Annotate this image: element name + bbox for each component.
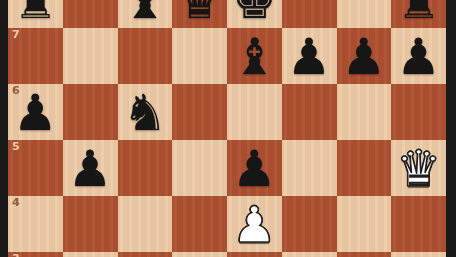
square-f7[interactable]: ♟ — [282, 28, 337, 84]
chess-app-viewport: ♜♝♛♚♜7♝♟♟♟6♟♞5♟♟♛4♟3 — [0, 0, 456, 257]
square-f5[interactable] — [282, 140, 337, 196]
square-a5[interactable]: 5 — [8, 140, 63, 196]
square-a4[interactable]: 4 — [8, 196, 63, 252]
black-pawn[interactable]: ♟ — [396, 32, 441, 82]
square-h7[interactable]: ♟ — [391, 28, 446, 84]
square-b3[interactable] — [63, 252, 118, 257]
square-g3[interactable] — [337, 252, 392, 257]
square-g4[interactable] — [337, 196, 392, 252]
square-g6[interactable] — [337, 84, 392, 140]
square-h6[interactable] — [391, 84, 446, 140]
square-b4[interactable] — [63, 196, 118, 252]
chess-board: ♜♝♛♚♜7♝♟♟♟6♟♞5♟♟♛4♟3 — [8, 0, 446, 257]
black-pawn[interactable]: ♟ — [341, 32, 386, 82]
square-d4[interactable] — [172, 196, 227, 252]
black-king[interactable]: ♚ — [232, 0, 277, 26]
square-f6[interactable] — [282, 84, 337, 140]
black-rook[interactable]: ♜ — [396, 0, 441, 26]
square-a7[interactable]: 7 — [8, 28, 63, 84]
square-b7[interactable] — [63, 28, 118, 84]
square-f3[interactable] — [282, 252, 337, 257]
black-rook[interactable]: ♜ — [13, 0, 58, 26]
black-pawn[interactable]: ♟ — [287, 32, 332, 82]
square-g7[interactable]: ♟ — [337, 28, 392, 84]
square-c5[interactable] — [118, 140, 173, 196]
square-b5[interactable]: ♟ — [63, 140, 118, 196]
square-h8[interactable]: ♜ — [391, 0, 446, 28]
white-pawn[interactable]: ♟ — [232, 200, 277, 250]
black-queen[interactable]: ♛ — [177, 0, 222, 26]
white-queen[interactable]: ♛ — [396, 144, 441, 194]
square-f4[interactable] — [282, 196, 337, 252]
square-h5[interactable]: ♛ — [391, 140, 446, 196]
square-a3[interactable]: 3 — [8, 252, 63, 257]
square-b6[interactable] — [63, 84, 118, 140]
square-e6[interactable] — [227, 84, 282, 140]
rank-label-3: 3 — [12, 253, 20, 257]
black-pawn[interactable]: ♟ — [13, 88, 58, 138]
square-g5[interactable] — [337, 140, 392, 196]
black-pawn[interactable]: ♟ — [232, 144, 277, 194]
square-f8[interactable] — [282, 0, 337, 28]
black-knight[interactable]: ♞ — [122, 88, 167, 138]
square-c6[interactable]: ♞ — [118, 84, 173, 140]
square-g8[interactable] — [337, 0, 392, 28]
square-d7[interactable] — [172, 28, 227, 84]
square-e5[interactable]: ♟ — [227, 140, 282, 196]
rank-label-4: 4 — [12, 197, 20, 209]
square-e7[interactable]: ♝ — [227, 28, 282, 84]
square-c7[interactable] — [118, 28, 173, 84]
square-d6[interactable] — [172, 84, 227, 140]
square-e3[interactable] — [227, 252, 282, 257]
square-h4[interactable] — [391, 196, 446, 252]
square-h3[interactable] — [391, 252, 446, 257]
square-c4[interactable] — [118, 196, 173, 252]
square-e4[interactable]: ♟ — [227, 196, 282, 252]
square-b8[interactable] — [63, 0, 118, 28]
square-d5[interactable] — [172, 140, 227, 196]
square-a8[interactable]: ♜ — [8, 0, 63, 28]
rank-label-7: 7 — [12, 29, 20, 41]
square-c3[interactable] — [118, 252, 173, 257]
square-c8[interactable]: ♝ — [118, 0, 173, 28]
black-bishop[interactable]: ♝ — [122, 0, 167, 26]
square-d3[interactable] — [172, 252, 227, 257]
square-d8[interactable]: ♛ — [172, 0, 227, 28]
rank-label-5: 5 — [12, 141, 20, 153]
square-e8[interactable]: ♚ — [227, 0, 282, 28]
black-pawn[interactable]: ♟ — [68, 144, 113, 194]
square-a6[interactable]: 6♟ — [8, 84, 63, 140]
black-bishop[interactable]: ♝ — [232, 32, 277, 82]
